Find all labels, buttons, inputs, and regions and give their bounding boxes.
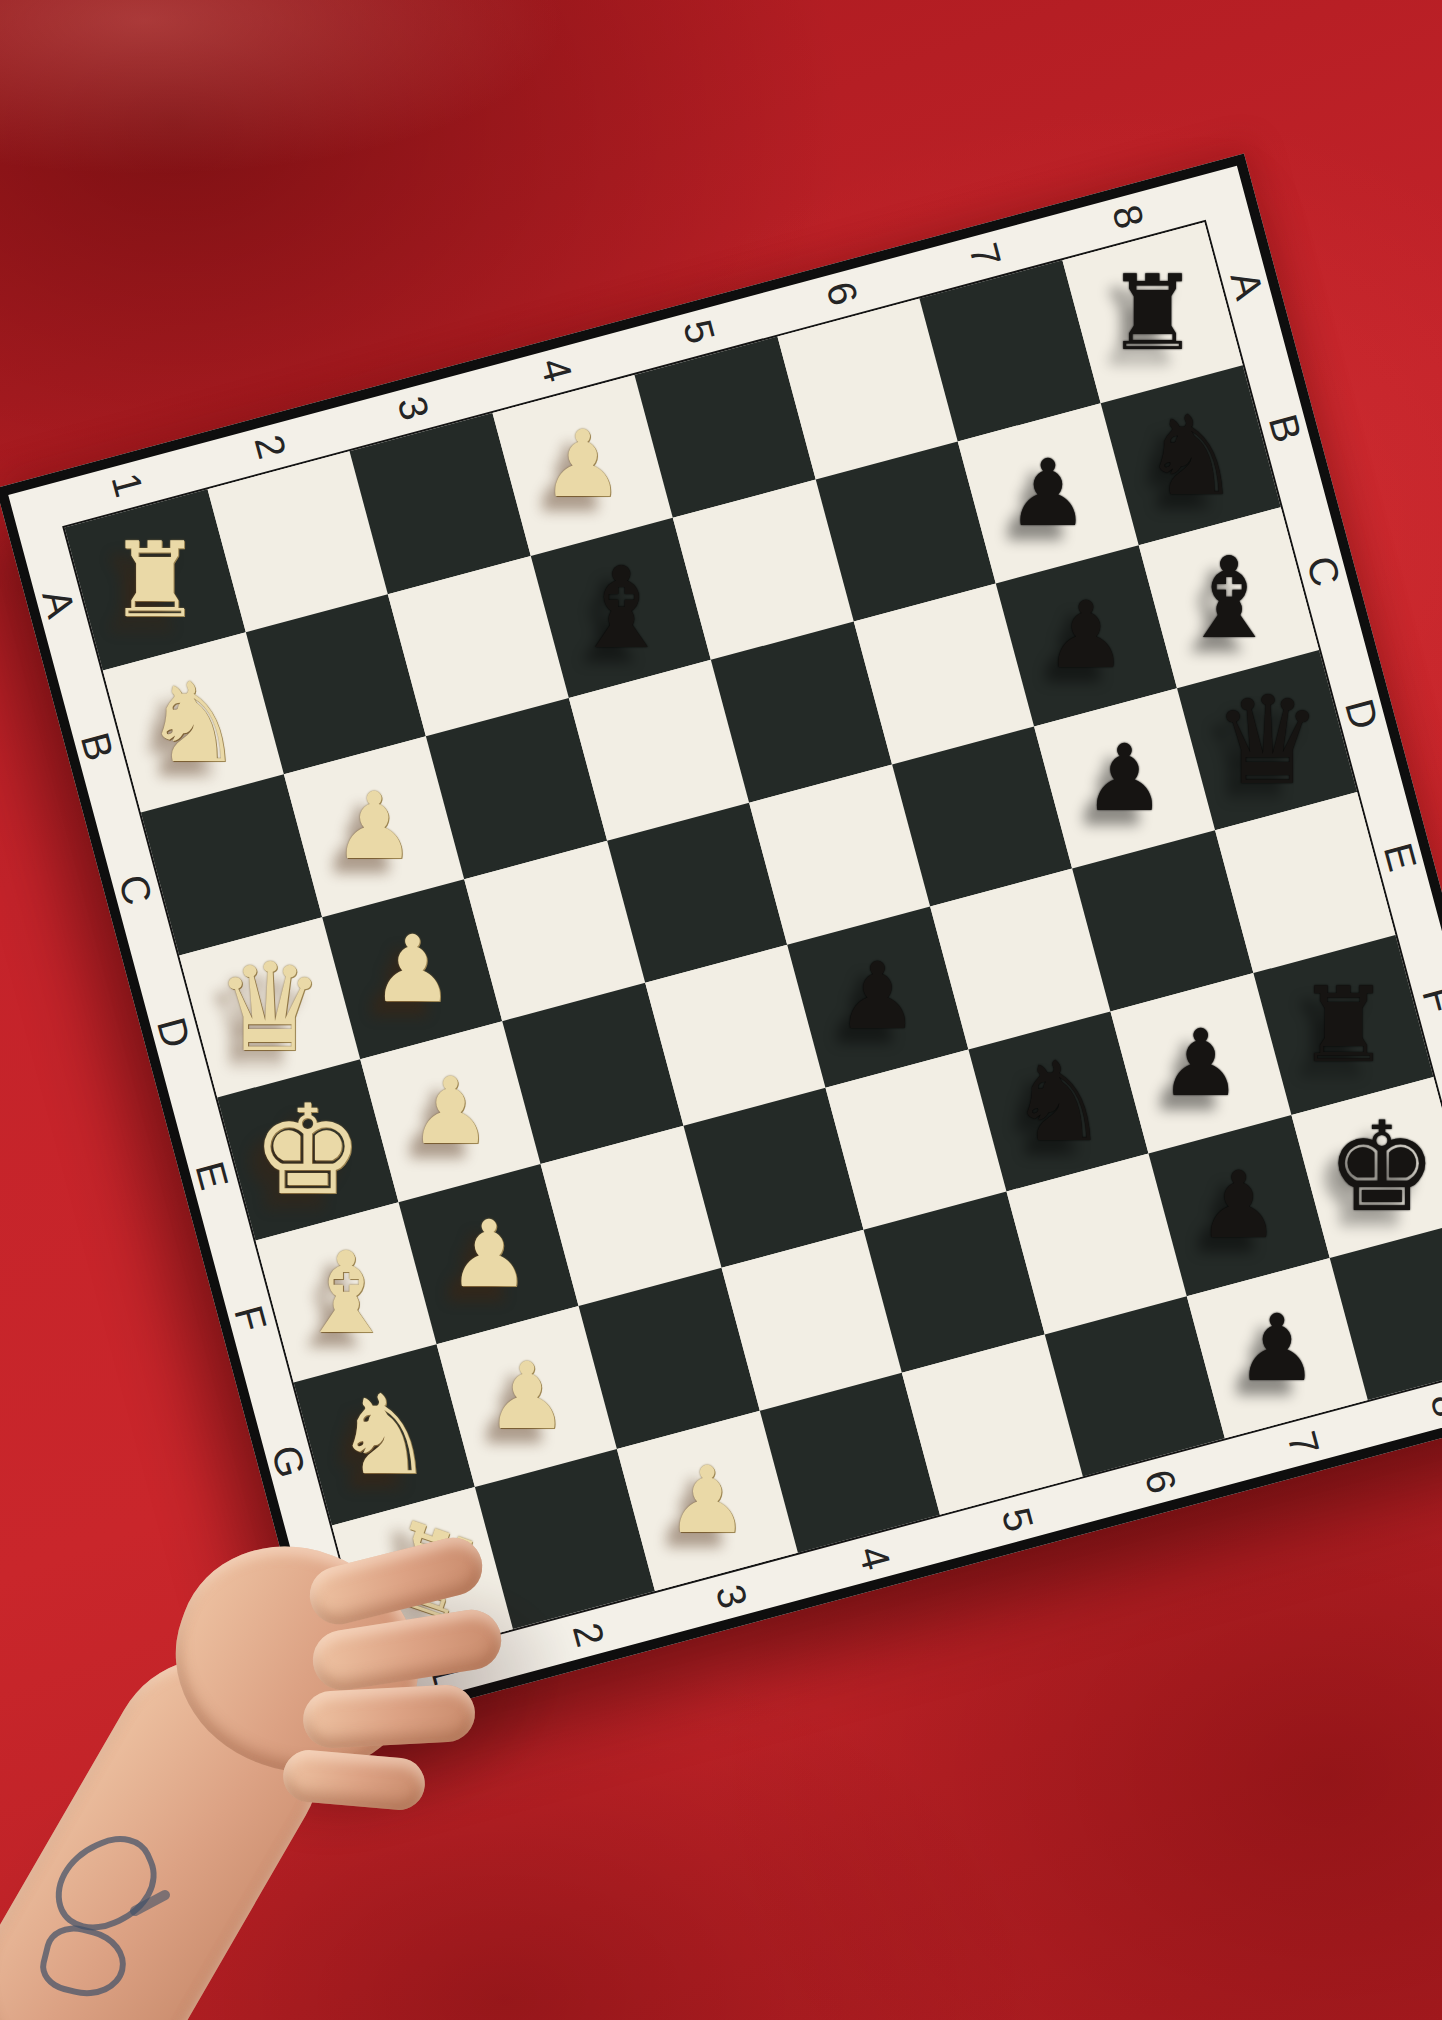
piece-white-pawn-h3[interactable]: ♟ bbox=[633, 1427, 781, 1575]
piece-black-rook-a8[interactable]: ♜ bbox=[1078, 239, 1226, 387]
piece-black-pawn-e5[interactable]: ♟ bbox=[804, 923, 952, 1071]
piece-white-pawn-c2[interactable]: ♟ bbox=[300, 753, 448, 901]
piece-white-bishop-f1[interactable]: ♝ bbox=[272, 1218, 420, 1366]
piece-black-pawn-f7[interactable]: ♟ bbox=[1127, 989, 1275, 1137]
rank-label-bottom-6: 6 bbox=[1134, 1454, 1188, 1508]
piece-black-king-g8[interactable]: ♚ bbox=[1308, 1094, 1442, 1242]
piece-black-knight-f6[interactable]: ♞ bbox=[984, 1027, 1132, 1175]
square-g8[interactable]: ♚ bbox=[1291, 1077, 1442, 1258]
finger bbox=[302, 1684, 477, 1750]
piece-white-pawn-a4[interactable]: ♟ bbox=[509, 391, 657, 539]
piece-black-knight-b8[interactable]: ♞ bbox=[1117, 381, 1265, 528]
piece-white-pawn-d2[interactable]: ♟ bbox=[338, 895, 486, 1043]
piece-white-rook-a1[interactable]: ♜ bbox=[81, 506, 229, 654]
piece-black-bishop-b4[interactable]: ♝ bbox=[547, 534, 695, 682]
rank-label-bottom-5: 5 bbox=[991, 1493, 1045, 1547]
piece-white-knight-b1[interactable]: ♞ bbox=[119, 648, 267, 796]
piece-white-king-e1[interactable]: ♚ bbox=[234, 1076, 382, 1224]
piece-black-pawn-b7[interactable]: ♟ bbox=[974, 419, 1122, 567]
piece-black-queen-d8[interactable]: ♛ bbox=[1193, 666, 1341, 813]
rank-label-bottom-3: 3 bbox=[705, 1569, 759, 1623]
photo-scene: ♜♟♜♞♝♟♞♟♟♝♛♟♟♛♚♟♟♝♟♞♟♜♞♟♟♚♜♟♟ 1122334455… bbox=[0, 0, 1442, 2020]
piece-black-pawn-c7[interactable]: ♟ bbox=[1012, 562, 1160, 710]
piece-black-rook-f8[interactable]: ♜ bbox=[1269, 951, 1417, 1099]
piece-white-pawn-e2[interactable]: ♟ bbox=[376, 1038, 524, 1186]
rank-label-bottom-7: 7 bbox=[1277, 1416, 1331, 1470]
rank-label-bottom-4: 4 bbox=[848, 1531, 902, 1585]
piece-white-pawn-g2[interactable]: ♟ bbox=[453, 1323, 601, 1471]
piece-black-pawn-g7[interactable]: ♟ bbox=[1165, 1132, 1313, 1280]
piece-black-pawn-h7[interactable]: ♟ bbox=[1203, 1274, 1351, 1422]
piece-black-pawn-d7[interactable]: ♟ bbox=[1051, 704, 1199, 852]
chess-board: ♜♟♜♞♝♟♞♟♟♝♛♟♟♛♚♟♟♝♟♞♟♜♞♟♟♚♜♟♟ 1122334455… bbox=[0, 154, 1442, 1736]
piece-white-queen-d1[interactable]: ♛ bbox=[196, 933, 344, 1081]
piece-white-pawn-f2[interactable]: ♟ bbox=[415, 1180, 563, 1328]
piece-black-bishop-c8[interactable]: ♝ bbox=[1155, 524, 1303, 672]
